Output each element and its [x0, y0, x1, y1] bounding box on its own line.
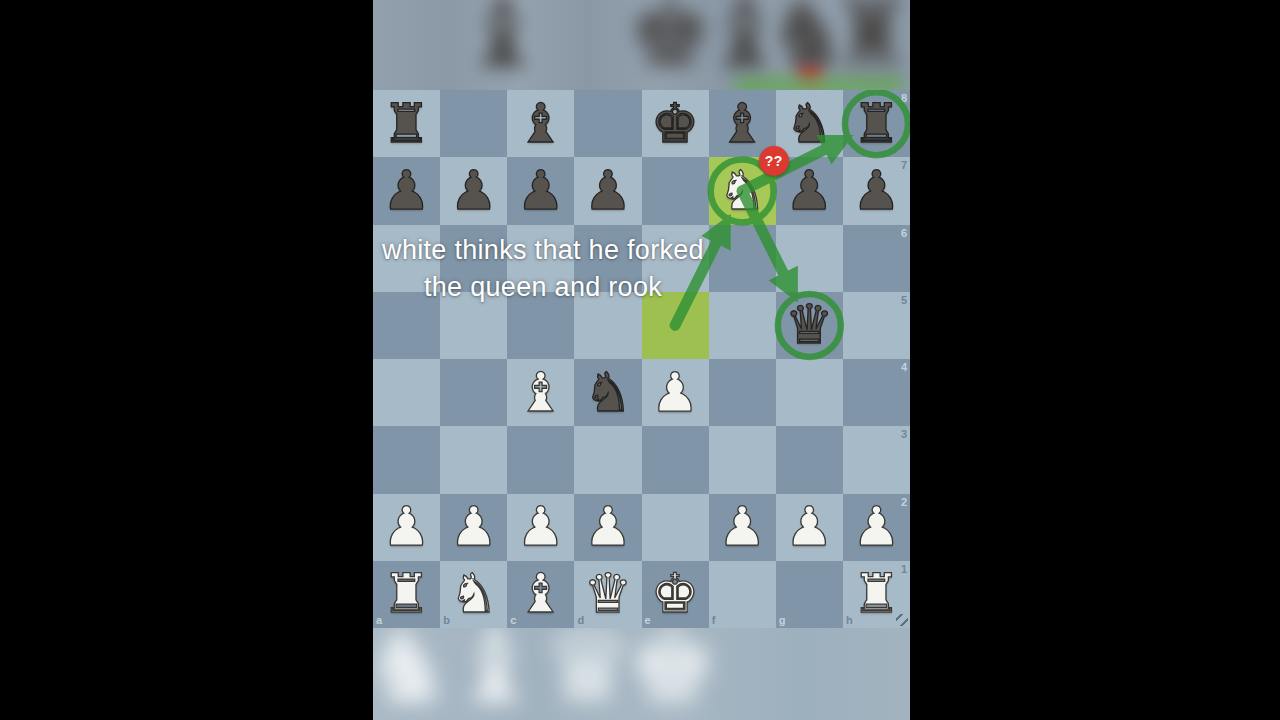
square-h2[interactable]: 2♟ — [843, 494, 910, 561]
white-pawn-g2[interactable]: ♟ — [776, 494, 843, 561]
square-e4[interactable]: ♟ — [642, 359, 709, 426]
rank-label-6: 6 — [901, 228, 907, 239]
square-b1[interactable]: b♞ — [440, 561, 507, 628]
black-pawn-d7[interactable]: ♟ — [574, 157, 641, 224]
square-b3[interactable] — [440, 426, 507, 493]
blurred-black-bishop: ♝ — [701, 0, 789, 82]
white-rook-h1[interactable]: ♜ — [843, 561, 910, 628]
square-e8[interactable]: ♚ — [642, 90, 709, 157]
blunder-badge: ?? — [759, 146, 789, 176]
white-pawn-d2[interactable]: ♟ — [574, 494, 641, 561]
square-f5[interactable] — [709, 292, 776, 359]
white-pawn-b2[interactable]: ♟ — [440, 494, 507, 561]
square-h3[interactable]: 3 — [843, 426, 910, 493]
white-rook-a1[interactable]: ♜ — [373, 561, 440, 628]
black-rook-a8[interactable]: ♜ — [373, 90, 440, 157]
black-pawn-h7[interactable]: ♟ — [843, 157, 910, 224]
square-a8[interactable]: ♜ — [373, 90, 440, 157]
white-knight-b1[interactable]: ♞ — [440, 561, 507, 628]
square-b4[interactable] — [440, 359, 507, 426]
blurred-board-top: ♝♚♝♞♜ — [373, 0, 910, 90]
white-pawn-h2[interactable]: ♟ — [843, 494, 910, 561]
blurred-black-rook: ♜ — [828, 0, 910, 82]
square-e2[interactable] — [642, 494, 709, 561]
square-h5[interactable]: 5 — [843, 292, 910, 359]
blurred-white-knight: ♞ — [373, 628, 455, 718]
square-f6[interactable] — [709, 225, 776, 292]
white-pawn-e4[interactable]: ♟ — [642, 359, 709, 426]
blurred-black-knight: ♞ — [764, 0, 852, 82]
white-pawn-a2[interactable]: ♟ — [373, 494, 440, 561]
black-knight-g8[interactable]: ♞ — [776, 90, 843, 157]
rank-label-5: 5 — [901, 295, 907, 306]
blurred-blunder-badge — [797, 60, 823, 86]
square-g5[interactable]: ♛ — [776, 292, 843, 359]
square-c1[interactable]: c♝ — [507, 561, 574, 628]
square-d8[interactable] — [574, 90, 641, 157]
square-d3[interactable] — [574, 426, 641, 493]
square-b2[interactable]: ♟ — [440, 494, 507, 561]
black-bishop-c8[interactable]: ♝ — [507, 90, 574, 157]
square-d7[interactable]: ♟ — [574, 157, 641, 224]
square-d1[interactable]: d♛ — [574, 561, 641, 628]
square-f1[interactable]: f — [709, 561, 776, 628]
black-king-e8[interactable]: ♚ — [642, 90, 709, 157]
square-e1[interactable]: e♚ — [642, 561, 709, 628]
black-rook-h8[interactable]: ♜ — [843, 90, 910, 157]
square-d4[interactable]: ♞ — [574, 359, 641, 426]
white-pawn-f2[interactable]: ♟ — [709, 494, 776, 561]
file-label-g: g — [779, 615, 786, 626]
blurred-black-king: ♚ — [626, 0, 714, 82]
white-bishop-c1[interactable]: ♝ — [507, 561, 574, 628]
blurred-white-king: ♚ — [625, 628, 718, 718]
square-e7[interactable] — [642, 157, 709, 224]
black-pawn-b7[interactable]: ♟ — [440, 157, 507, 224]
square-c2[interactable]: ♟ — [507, 494, 574, 561]
black-pawn-a7[interactable]: ♟ — [373, 157, 440, 224]
caption-line-2: the queen and rook — [373, 269, 713, 306]
square-f4[interactable] — [709, 359, 776, 426]
caption-overlay: white thinks that he forked the queen an… — [373, 232, 713, 306]
file-label-f: f — [712, 615, 716, 626]
square-g8[interactable]: ♞ — [776, 90, 843, 157]
black-queen-g5[interactable]: ♛ — [776, 292, 843, 359]
square-h7[interactable]: 7♟ — [843, 157, 910, 224]
square-a4[interactable] — [373, 359, 440, 426]
blurred-black-bishop: ♝ — [459, 0, 547, 82]
square-g6[interactable] — [776, 225, 843, 292]
square-h1[interactable]: 1h♜ — [843, 561, 910, 628]
square-c4[interactable]: ♝ — [507, 359, 574, 426]
blurred-white-bishop: ♝ — [448, 628, 541, 718]
chess-board[interactable]: ♜♝♚♝♞8♜♟♟♟♟♞♟7♟6♛5♝♞♟43♟♟♟♟♟♟2♟a♜b♞c♝d♛e… — [373, 90, 910, 628]
blurred-board-bottom: ♞♝♛♚ — [373, 628, 910, 720]
blurred-white-queen: ♛ — [541, 628, 634, 718]
square-c3[interactable] — [507, 426, 574, 493]
square-h4[interactable]: 4 — [843, 359, 910, 426]
square-g1[interactable]: g — [776, 561, 843, 628]
white-pawn-c2[interactable]: ♟ — [507, 494, 574, 561]
square-g3[interactable] — [776, 426, 843, 493]
left-letterbox — [0, 0, 373, 720]
square-d2[interactable]: ♟ — [574, 494, 641, 561]
video-still: ♝♚♝♞♜ ♜♝♚♝♞8♜♟♟♟♟♞♟7♟6♛5♝♞♟43♟♟♟♟♟♟2♟a♜b… — [0, 0, 1280, 720]
square-b7[interactable]: ♟ — [440, 157, 507, 224]
square-h8[interactable]: 8♜ — [843, 90, 910, 157]
white-king-e1[interactable]: ♚ — [642, 561, 709, 628]
square-h6[interactable]: 6 — [843, 225, 910, 292]
square-g4[interactable] — [776, 359, 843, 426]
square-c8[interactable]: ♝ — [507, 90, 574, 157]
white-bishop-c4[interactable]: ♝ — [507, 359, 574, 426]
square-a3[interactable] — [373, 426, 440, 493]
black-pawn-c7[interactable]: ♟ — [507, 157, 574, 224]
right-letterbox — [910, 0, 1280, 720]
square-f2[interactable]: ♟ — [709, 494, 776, 561]
square-a7[interactable]: ♟ — [373, 157, 440, 224]
video-frame: ♝♚♝♞♜ ♜♝♚♝♞8♜♟♟♟♟♞♟7♟6♛5♝♞♟43♟♟♟♟♟♟2♟a♜b… — [373, 0, 910, 720]
square-e3[interactable] — [642, 426, 709, 493]
square-g2[interactable]: ♟ — [776, 494, 843, 561]
rank-label-3: 3 — [901, 429, 907, 440]
caption-line-1: white thinks that he forked — [373, 232, 713, 269]
square-a1[interactable]: a♜ — [373, 561, 440, 628]
blurred-green-highlight — [733, 76, 905, 90]
black-knight-d4[interactable]: ♞ — [574, 359, 641, 426]
square-c7[interactable]: ♟ — [507, 157, 574, 224]
square-b8[interactable] — [440, 90, 507, 157]
square-f3[interactable] — [709, 426, 776, 493]
square-a2[interactable]: ♟ — [373, 494, 440, 561]
white-queen-d1[interactable]: ♛ — [574, 561, 641, 628]
rank-label-4: 4 — [901, 362, 907, 373]
